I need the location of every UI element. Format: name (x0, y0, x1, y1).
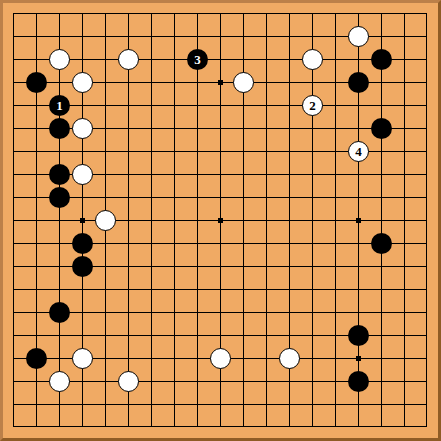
intersection[interactable] (25, 347, 48, 370)
intersection[interactable] (324, 186, 347, 209)
intersection[interactable] (94, 416, 117, 439)
intersection[interactable] (94, 25, 117, 48)
intersection[interactable] (25, 301, 48, 324)
intersection[interactable] (163, 232, 186, 255)
intersection[interactable] (94, 232, 117, 255)
intersection[interactable] (255, 48, 278, 71)
intersection[interactable] (278, 347, 301, 370)
intersection[interactable] (301, 370, 324, 393)
intersection[interactable] (301, 2, 324, 25)
intersection[interactable] (48, 163, 71, 186)
intersection[interactable] (25, 255, 48, 278)
intersection[interactable] (25, 25, 48, 48)
intersection[interactable] (117, 71, 140, 94)
intersection[interactable] (370, 209, 393, 232)
intersection[interactable] (48, 370, 71, 393)
intersection[interactable] (94, 301, 117, 324)
intersection[interactable] (393, 232, 416, 255)
intersection[interactable] (117, 301, 140, 324)
intersection[interactable] (370, 94, 393, 117)
intersection[interactable] (163, 370, 186, 393)
intersection[interactable] (140, 117, 163, 140)
intersection[interactable] (117, 347, 140, 370)
intersection[interactable] (140, 416, 163, 439)
intersection[interactable] (94, 94, 117, 117)
intersection[interactable] (232, 370, 255, 393)
intersection[interactable] (94, 278, 117, 301)
intersection[interactable] (393, 301, 416, 324)
intersection[interactable] (301, 393, 324, 416)
intersection[interactable] (48, 25, 71, 48)
intersection[interactable] (416, 186, 439, 209)
intersection[interactable] (416, 48, 439, 71)
intersection[interactable] (186, 393, 209, 416)
intersection[interactable] (370, 48, 393, 71)
intersection[interactable] (209, 232, 232, 255)
intersection[interactable] (232, 163, 255, 186)
intersection[interactable] (232, 232, 255, 255)
intersection[interactable] (209, 347, 232, 370)
intersection[interactable] (209, 48, 232, 71)
intersection[interactable] (71, 48, 94, 71)
intersection[interactable] (232, 71, 255, 94)
intersection[interactable] (163, 48, 186, 71)
intersection[interactable] (347, 347, 370, 370)
intersection[interactable] (347, 94, 370, 117)
intersection[interactable] (232, 117, 255, 140)
intersection[interactable] (301, 186, 324, 209)
intersection[interactable] (140, 71, 163, 94)
intersection[interactable] (2, 2, 25, 25)
intersection[interactable] (25, 370, 48, 393)
intersection[interactable] (25, 2, 48, 25)
intersection[interactable] (71, 163, 94, 186)
intersection[interactable] (393, 370, 416, 393)
intersection[interactable] (94, 209, 117, 232)
intersection[interactable] (393, 186, 416, 209)
intersection[interactable] (393, 416, 416, 439)
intersection[interactable] (163, 255, 186, 278)
intersection[interactable] (94, 140, 117, 163)
intersection[interactable] (278, 25, 301, 48)
intersection[interactable] (416, 163, 439, 186)
intersection[interactable] (186, 209, 209, 232)
intersection[interactable] (324, 48, 347, 71)
intersection[interactable] (48, 117, 71, 140)
intersection[interactable] (71, 71, 94, 94)
intersection[interactable] (186, 232, 209, 255)
intersection[interactable] (255, 25, 278, 48)
intersection[interactable] (163, 25, 186, 48)
intersection[interactable] (117, 324, 140, 347)
intersection[interactable] (140, 2, 163, 25)
intersection[interactable] (163, 2, 186, 25)
intersection[interactable] (370, 71, 393, 94)
intersection[interactable] (370, 255, 393, 278)
intersection[interactable] (416, 278, 439, 301)
intersection[interactable] (232, 255, 255, 278)
intersection[interactable] (209, 278, 232, 301)
intersection[interactable] (255, 186, 278, 209)
intersection[interactable] (25, 416, 48, 439)
intersection[interactable] (94, 117, 117, 140)
intersection[interactable]: 3 (186, 48, 209, 71)
intersection[interactable] (278, 186, 301, 209)
intersection[interactable] (117, 209, 140, 232)
intersection[interactable] (71, 94, 94, 117)
intersection[interactable] (347, 117, 370, 140)
intersection[interactable] (278, 94, 301, 117)
intersection[interactable] (278, 324, 301, 347)
intersection[interactable] (209, 370, 232, 393)
intersection[interactable] (416, 255, 439, 278)
intersection[interactable] (301, 117, 324, 140)
intersection[interactable] (324, 301, 347, 324)
intersection[interactable] (416, 232, 439, 255)
intersection[interactable] (347, 370, 370, 393)
intersection[interactable] (48, 2, 71, 25)
intersection[interactable] (232, 393, 255, 416)
intersection[interactable] (255, 347, 278, 370)
intersection[interactable] (2, 209, 25, 232)
intersection[interactable] (278, 117, 301, 140)
intersection[interactable] (416, 301, 439, 324)
intersection[interactable] (278, 278, 301, 301)
intersection[interactable] (209, 2, 232, 25)
intersection[interactable] (71, 370, 94, 393)
intersection[interactable] (117, 232, 140, 255)
intersection[interactable] (347, 393, 370, 416)
intersection[interactable] (347, 255, 370, 278)
intersection[interactable] (301, 301, 324, 324)
intersection[interactable] (278, 301, 301, 324)
intersection[interactable] (94, 48, 117, 71)
intersection[interactable] (71, 232, 94, 255)
intersection[interactable] (94, 370, 117, 393)
intersection[interactable] (370, 2, 393, 25)
intersection[interactable] (2, 347, 25, 370)
intersection[interactable] (278, 163, 301, 186)
intersection[interactable] (140, 278, 163, 301)
intersection[interactable] (232, 347, 255, 370)
intersection[interactable] (324, 255, 347, 278)
intersection[interactable] (186, 117, 209, 140)
intersection[interactable] (301, 71, 324, 94)
intersection[interactable] (416, 370, 439, 393)
intersection[interactable] (393, 255, 416, 278)
intersection[interactable] (48, 255, 71, 278)
intersection[interactable] (209, 25, 232, 48)
intersection[interactable] (255, 324, 278, 347)
intersection[interactable] (140, 324, 163, 347)
intersection[interactable] (370, 370, 393, 393)
intersection[interactable] (117, 140, 140, 163)
intersection[interactable] (255, 232, 278, 255)
intersection[interactable] (25, 209, 48, 232)
intersection[interactable] (71, 255, 94, 278)
intersection[interactable] (48, 48, 71, 71)
intersection[interactable] (94, 393, 117, 416)
intersection[interactable] (255, 370, 278, 393)
intersection[interactable] (255, 140, 278, 163)
intersection[interactable] (232, 324, 255, 347)
intersection[interactable] (209, 186, 232, 209)
intersection[interactable] (301, 278, 324, 301)
intersection[interactable] (209, 301, 232, 324)
intersection[interactable] (416, 25, 439, 48)
intersection[interactable] (393, 324, 416, 347)
intersection[interactable] (416, 209, 439, 232)
intersection[interactable] (186, 255, 209, 278)
intersection[interactable] (71, 25, 94, 48)
intersection[interactable] (370, 393, 393, 416)
intersection[interactable] (117, 163, 140, 186)
intersection[interactable] (301, 48, 324, 71)
intersection[interactable] (25, 48, 48, 71)
intersection[interactable] (370, 232, 393, 255)
intersection[interactable] (301, 209, 324, 232)
intersection[interactable] (416, 140, 439, 163)
intersection[interactable] (163, 209, 186, 232)
intersection[interactable] (393, 48, 416, 71)
intersection[interactable] (301, 324, 324, 347)
intersection[interactable] (301, 25, 324, 48)
intersection[interactable] (48, 209, 71, 232)
intersection[interactable] (48, 324, 71, 347)
intersection[interactable] (140, 255, 163, 278)
intersection[interactable] (393, 163, 416, 186)
intersection[interactable] (209, 393, 232, 416)
intersection[interactable] (163, 94, 186, 117)
intersection[interactable] (94, 71, 117, 94)
intersection[interactable] (324, 347, 347, 370)
intersection[interactable] (2, 255, 25, 278)
intersection[interactable] (416, 393, 439, 416)
intersection[interactable] (48, 278, 71, 301)
intersection[interactable] (2, 370, 25, 393)
intersection[interactable] (370, 324, 393, 347)
intersection[interactable] (209, 324, 232, 347)
intersection[interactable] (255, 163, 278, 186)
intersection[interactable] (209, 163, 232, 186)
intersection[interactable] (301, 163, 324, 186)
intersection[interactable] (163, 324, 186, 347)
intersection[interactable] (140, 301, 163, 324)
intersection[interactable] (140, 347, 163, 370)
intersection[interactable] (25, 278, 48, 301)
intersection[interactable] (186, 347, 209, 370)
intersection[interactable] (140, 186, 163, 209)
intersection[interactable] (25, 163, 48, 186)
intersection[interactable] (347, 232, 370, 255)
intersection[interactable] (48, 232, 71, 255)
intersection[interactable] (2, 140, 25, 163)
intersection[interactable] (186, 25, 209, 48)
intersection[interactable] (163, 347, 186, 370)
intersection[interactable] (71, 416, 94, 439)
intersection[interactable] (94, 2, 117, 25)
intersection[interactable] (186, 94, 209, 117)
intersection[interactable] (71, 2, 94, 25)
intersection[interactable] (163, 163, 186, 186)
intersection[interactable] (370, 186, 393, 209)
intersection[interactable] (370, 301, 393, 324)
intersection[interactable] (209, 71, 232, 94)
intersection[interactable] (48, 393, 71, 416)
intersection[interactable] (324, 140, 347, 163)
intersection[interactable] (324, 163, 347, 186)
intersection[interactable] (140, 370, 163, 393)
intersection[interactable] (232, 94, 255, 117)
intersection[interactable] (324, 25, 347, 48)
intersection[interactable] (48, 416, 71, 439)
intersection[interactable] (209, 255, 232, 278)
intersection[interactable] (301, 255, 324, 278)
intersection[interactable] (25, 71, 48, 94)
intersection[interactable] (186, 416, 209, 439)
intersection[interactable] (2, 25, 25, 48)
intersection[interactable] (255, 94, 278, 117)
intersection[interactable] (2, 301, 25, 324)
intersection[interactable] (393, 278, 416, 301)
intersection[interactable] (117, 117, 140, 140)
intersection[interactable] (71, 393, 94, 416)
intersection[interactable] (324, 324, 347, 347)
intersection[interactable] (255, 255, 278, 278)
intersection[interactable] (163, 278, 186, 301)
intersection[interactable] (232, 301, 255, 324)
intersection[interactable] (347, 209, 370, 232)
intersection[interactable] (117, 278, 140, 301)
intersection[interactable] (393, 347, 416, 370)
intersection[interactable] (255, 71, 278, 94)
intersection[interactable] (71, 209, 94, 232)
intersection[interactable] (232, 416, 255, 439)
intersection[interactable] (232, 209, 255, 232)
intersection[interactable] (416, 71, 439, 94)
intersection[interactable] (255, 416, 278, 439)
intersection[interactable] (324, 2, 347, 25)
intersection[interactable] (94, 186, 117, 209)
intersection[interactable] (163, 71, 186, 94)
intersection[interactable] (393, 117, 416, 140)
intersection[interactable] (232, 25, 255, 48)
intersection[interactable] (2, 393, 25, 416)
intersection[interactable] (255, 209, 278, 232)
intersection[interactable] (301, 232, 324, 255)
intersection[interactable] (347, 416, 370, 439)
intersection[interactable] (25, 232, 48, 255)
intersection[interactable] (393, 2, 416, 25)
intersection[interactable] (140, 209, 163, 232)
intersection[interactable] (2, 186, 25, 209)
intersection[interactable] (48, 140, 71, 163)
intersection[interactable] (347, 324, 370, 347)
intersection[interactable] (117, 416, 140, 439)
intersection[interactable] (232, 278, 255, 301)
intersection[interactable] (347, 48, 370, 71)
intersection[interactable] (370, 278, 393, 301)
intersection[interactable] (71, 278, 94, 301)
intersection[interactable] (48, 186, 71, 209)
intersection[interactable] (186, 324, 209, 347)
intersection[interactable] (2, 48, 25, 71)
intersection[interactable] (209, 140, 232, 163)
intersection[interactable] (25, 324, 48, 347)
intersection[interactable] (232, 2, 255, 25)
intersection[interactable] (324, 117, 347, 140)
intersection[interactable] (370, 117, 393, 140)
intersection[interactable] (117, 255, 140, 278)
intersection[interactable] (370, 347, 393, 370)
intersection[interactable] (393, 71, 416, 94)
intersection[interactable] (393, 393, 416, 416)
intersection[interactable] (25, 140, 48, 163)
intersection[interactable] (71, 347, 94, 370)
intersection[interactable] (347, 25, 370, 48)
intersection[interactable] (71, 324, 94, 347)
intersection[interactable] (278, 393, 301, 416)
intersection[interactable] (324, 94, 347, 117)
intersection[interactable] (94, 347, 117, 370)
intersection[interactable] (163, 393, 186, 416)
intersection[interactable] (393, 209, 416, 232)
intersection[interactable] (140, 48, 163, 71)
intersection[interactable] (416, 94, 439, 117)
intersection[interactable] (347, 163, 370, 186)
intersection[interactable] (255, 393, 278, 416)
intersection[interactable] (232, 186, 255, 209)
intersection[interactable] (117, 393, 140, 416)
intersection[interactable]: 4 (347, 140, 370, 163)
intersection[interactable] (2, 416, 25, 439)
intersection[interactable] (25, 393, 48, 416)
intersection[interactable] (2, 94, 25, 117)
intersection[interactable] (324, 393, 347, 416)
intersection[interactable] (186, 278, 209, 301)
intersection[interactable] (324, 71, 347, 94)
intersection[interactable] (25, 94, 48, 117)
intersection[interactable] (140, 393, 163, 416)
intersection[interactable] (2, 324, 25, 347)
intersection[interactable] (255, 278, 278, 301)
intersection[interactable] (186, 370, 209, 393)
intersection[interactable] (347, 301, 370, 324)
intersection[interactable] (2, 278, 25, 301)
intersection[interactable] (209, 209, 232, 232)
intersection[interactable]: 2 (301, 94, 324, 117)
intersection[interactable] (347, 71, 370, 94)
intersection[interactable] (48, 301, 71, 324)
intersection[interactable] (278, 416, 301, 439)
intersection[interactable] (117, 48, 140, 71)
intersection[interactable] (209, 117, 232, 140)
intersection[interactable] (117, 2, 140, 25)
intersection[interactable] (117, 25, 140, 48)
intersection[interactable] (393, 140, 416, 163)
intersection[interactable] (186, 186, 209, 209)
intersection[interactable] (48, 347, 71, 370)
intersection[interactable] (117, 370, 140, 393)
intersection[interactable] (48, 71, 71, 94)
intersection[interactable] (393, 94, 416, 117)
intersection[interactable] (324, 278, 347, 301)
intersection[interactable] (232, 48, 255, 71)
intersection[interactable] (416, 347, 439, 370)
intersection[interactable] (94, 324, 117, 347)
intersection[interactable] (255, 2, 278, 25)
intersection[interactable] (71, 186, 94, 209)
